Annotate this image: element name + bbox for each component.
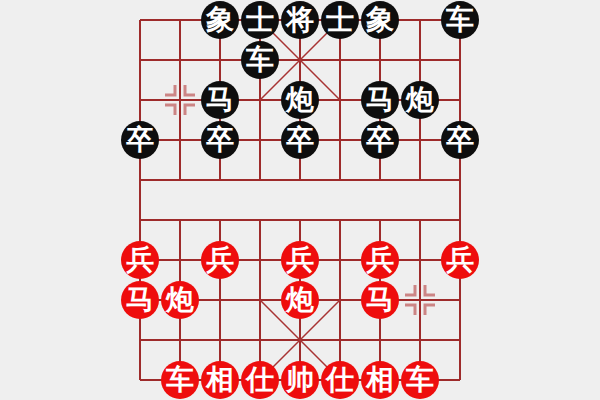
- piece-red-advisor[interactable]: 仕: [321, 361, 359, 399]
- piece-red-cannon[interactable]: 炮: [281, 281, 319, 319]
- piece-red-horse[interactable]: 马: [361, 281, 399, 319]
- piece-red-cannon[interactable]: 炮: [161, 281, 199, 319]
- piece-red-soldier[interactable]: 兵: [361, 241, 399, 279]
- piece-red-general[interactable]: 帅: [281, 361, 319, 399]
- piece-black-soldier[interactable]: 卒: [121, 121, 159, 159]
- piece-black-elephant[interactable]: 象: [201, 1, 239, 39]
- piece-black-advisor[interactable]: 士: [241, 1, 279, 39]
- piece-red-advisor[interactable]: 仕: [241, 361, 279, 399]
- piece-black-horse[interactable]: 马: [201, 81, 239, 119]
- piece-red-elephant[interactable]: 相: [201, 361, 239, 399]
- piece-red-chariot[interactable]: 车: [161, 361, 199, 399]
- piece-black-soldier[interactable]: 卒: [361, 121, 399, 159]
- board-grid-lines: [120, 0, 480, 400]
- piece-black-soldier[interactable]: 卒: [281, 121, 319, 159]
- piece-black-chariot[interactable]: 车: [441, 1, 479, 39]
- piece-black-chariot[interactable]: 车: [241, 41, 279, 79]
- piece-red-elephant[interactable]: 相: [361, 361, 399, 399]
- piece-black-general[interactable]: 将: [281, 1, 319, 39]
- piece-black-horse[interactable]: 马: [361, 81, 399, 119]
- piece-red-soldier[interactable]: 兵: [121, 241, 159, 279]
- piece-red-soldier[interactable]: 兵: [281, 241, 319, 279]
- xiangqi-board[interactable]: 象士将士象车车马炮马炮卒卒卒卒卒兵兵兵兵兵马炮炮马车相仕帅仕相车: [120, 0, 480, 400]
- piece-black-cannon[interactable]: 炮: [401, 81, 439, 119]
- piece-black-soldier[interactable]: 卒: [441, 121, 479, 159]
- piece-black-soldier[interactable]: 卒: [201, 121, 239, 159]
- app-background: 象士将士象车车马炮马炮卒卒卒卒卒兵兵兵兵兵马炮炮马车相仕帅仕相车: [0, 0, 600, 400]
- piece-red-soldier[interactable]: 兵: [441, 241, 479, 279]
- piece-black-elephant[interactable]: 象: [361, 1, 399, 39]
- piece-red-soldier[interactable]: 兵: [201, 241, 239, 279]
- piece-red-horse[interactable]: 马: [121, 281, 159, 319]
- piece-red-chariot[interactable]: 车: [401, 361, 439, 399]
- piece-black-cannon[interactable]: 炮: [281, 81, 319, 119]
- piece-black-advisor[interactable]: 士: [321, 1, 359, 39]
